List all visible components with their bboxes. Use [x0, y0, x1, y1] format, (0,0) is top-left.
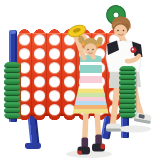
girl-right-sock [95, 135, 102, 145]
girl-left-leg [85, 110, 86, 140]
girl-figure [0, 0, 160, 160]
girl-left-sock [82, 138, 89, 148]
girl-right-leg [97, 110, 99, 137]
girl-skirt [73, 86, 109, 114]
product-photo-scene [0, 0, 160, 160]
girl-right-shoe [92, 144, 105, 152]
girl-hairtie-right [97, 44, 100, 47]
girl-left-shoe [78, 147, 91, 155]
girl-hairtie-left [82, 42, 85, 45]
